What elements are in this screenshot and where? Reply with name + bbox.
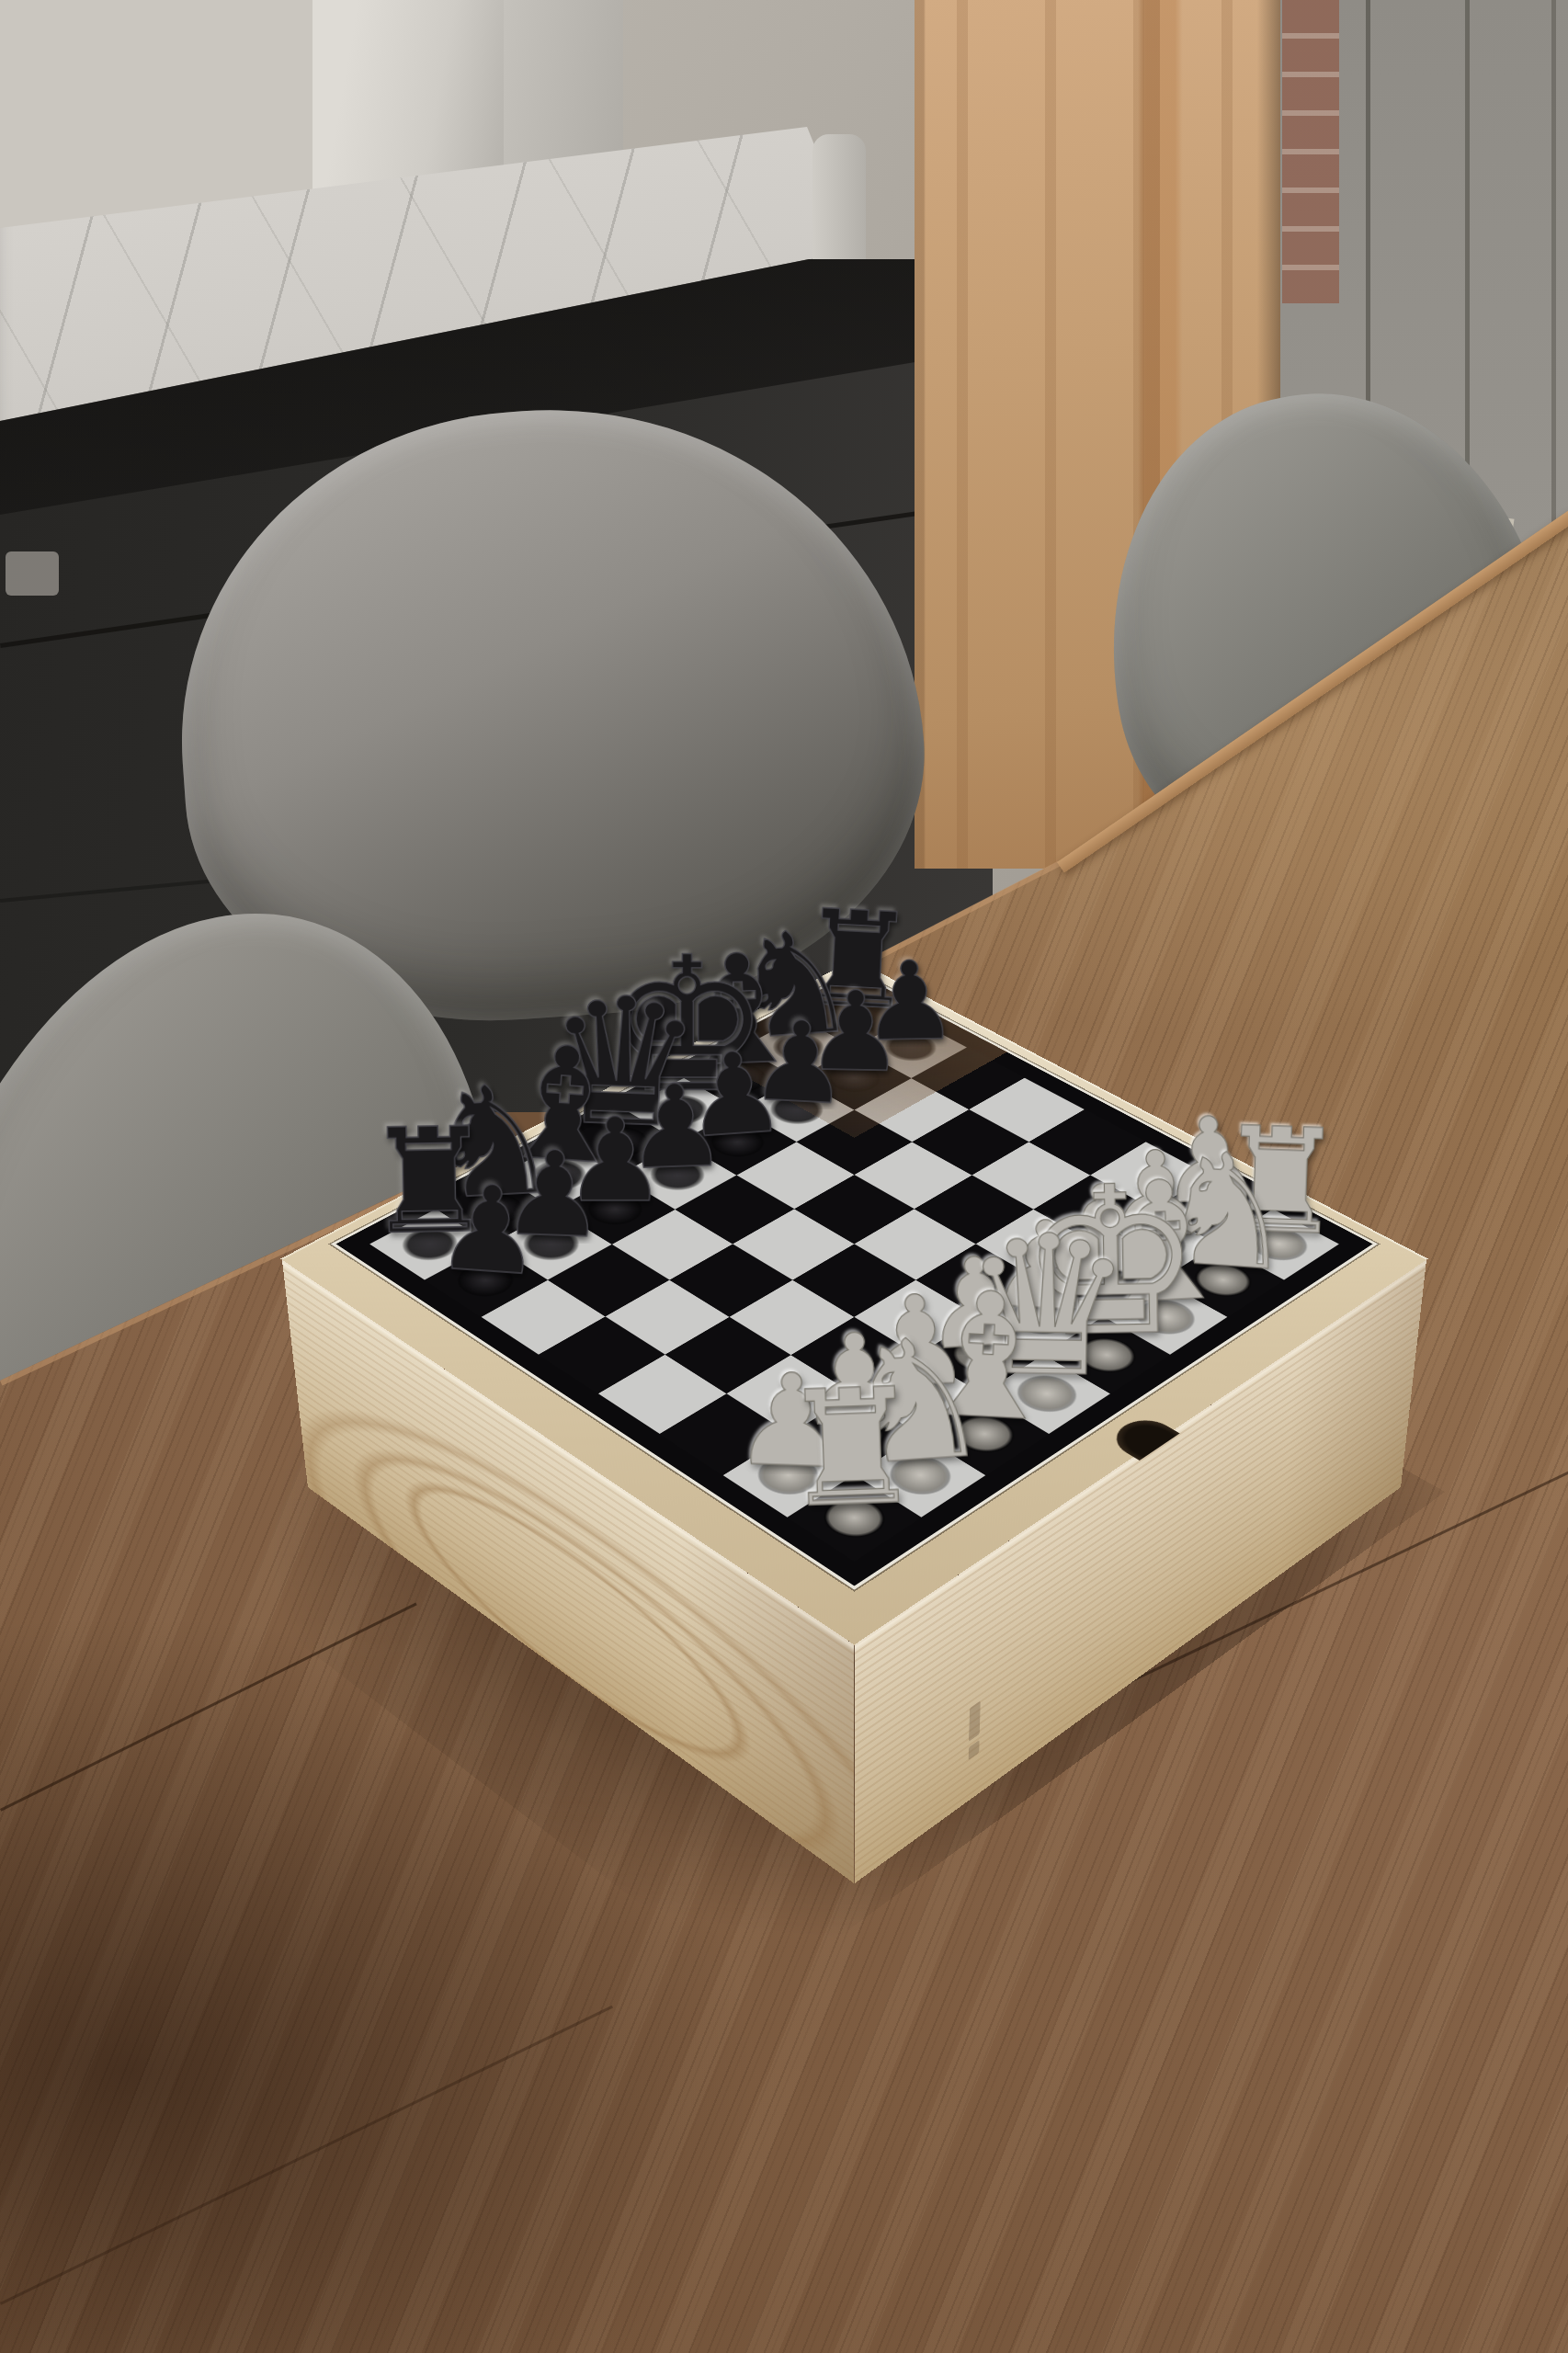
table-plank-seam: [0, 2006, 613, 2305]
photo-dining-scene: ♜♜♟♟♟♟♜♜♞♞♟♟♟♟♞♞♝♝♟♟♟♟♝♝♛♛♟♟♟♟♛♛♚♚♟♟♟♟♚♚…: [0, 0, 1568, 2353]
black-pawn: ♟: [402, 1165, 576, 1294]
brick-patch: [1282, 0, 1339, 303]
white-rook: ♜: [758, 1365, 945, 1530]
cabinet-handle: [6, 551, 59, 596]
